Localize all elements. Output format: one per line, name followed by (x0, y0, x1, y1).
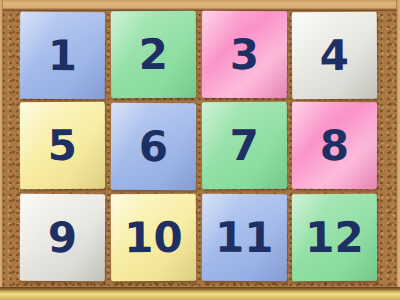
card-10[interactable]: 10 (111, 193, 196, 281)
board-frame-left (0, 0, 3, 300)
board-frame-top (0, 0, 400, 11)
card-1[interactable]: 1 (20, 12, 105, 100)
card-7-number: 7 (229, 125, 258, 167)
card-11[interactable]: 11 (201, 193, 286, 281)
card-1-number: 1 (48, 35, 77, 77)
card-4[interactable]: 4 (292, 12, 377, 100)
card-10-number: 10 (124, 216, 183, 258)
card-2[interactable]: 2 (111, 11, 196, 99)
card-12[interactable]: 12 (292, 194, 377, 282)
board-frame-right (396, 0, 400, 300)
card-11-number: 11 (215, 216, 274, 258)
card-5-number: 5 (48, 125, 77, 167)
cork-board: 1 2 3 4 5 6 7 8 9 10 11 12 (0, 0, 400, 300)
card-4-number: 4 (320, 35, 349, 77)
card-2-number: 2 (138, 34, 167, 76)
card-3[interactable]: 3 (201, 11, 286, 99)
card-9[interactable]: 9 (20, 193, 105, 281)
card-grid: 1 2 3 4 5 6 7 8 9 10 11 12 (20, 11, 377, 281)
card-6-number: 6 (138, 126, 167, 168)
card-12-number: 12 (305, 216, 364, 258)
card-3-number: 3 (229, 34, 258, 76)
card-5[interactable]: 5 (20, 102, 105, 190)
card-8-number: 8 (320, 125, 349, 167)
board-frame-bottom (0, 287, 400, 300)
card-9-number: 9 (48, 216, 77, 258)
card-8[interactable]: 8 (292, 102, 377, 190)
card-7[interactable]: 7 (201, 102, 286, 190)
card-6[interactable]: 6 (111, 103, 196, 191)
